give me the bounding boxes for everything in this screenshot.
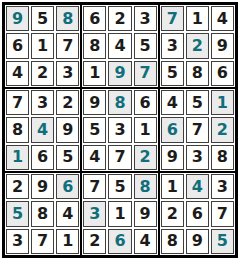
sudoku-box-r1c1: 958617423 (5, 5, 80, 87)
sudoku-box-r2c3: 451672938 (160, 89, 235, 171)
sudoku-cell-r3c7[interactable]: 5 (161, 61, 184, 86)
sudoku-cell-r6c3[interactable]: 5 (56, 145, 79, 170)
sudoku-cell-r5c1[interactable]: 8 (6, 117, 29, 142)
sudoku-cell-r3c5[interactable]: 9 (108, 61, 131, 86)
sudoku-cell-r6c9[interactable]: 8 (211, 145, 234, 170)
sudoku-cell-r8c2[interactable]: 8 (31, 201, 54, 226)
sudoku-cell-r9c2[interactable]: 7 (31, 229, 54, 254)
sudoku-cell-r6c7[interactable]: 9 (161, 145, 184, 170)
sudoku-cell-r8c5[interactable]: 1 (108, 201, 131, 226)
sudoku-cell-r4c7[interactable]: 4 (161, 90, 184, 115)
sudoku-box-r3c1: 296584371 (5, 173, 80, 255)
sudoku-cell-r2c4[interactable]: 8 (83, 33, 106, 58)
sudoku-cell-r2c5[interactable]: 4 (108, 33, 131, 58)
sudoku-cell-r2c2[interactable]: 1 (31, 33, 54, 58)
sudoku-cell-r2c1[interactable]: 6 (6, 33, 29, 58)
sudoku-cell-r1c7[interactable]: 7 (161, 6, 184, 31)
sudoku-cell-r1c6[interactable]: 3 (134, 6, 157, 31)
sudoku-cell-r8c6[interactable]: 9 (134, 201, 157, 226)
sudoku-cell-r7c7[interactable]: 1 (161, 174, 184, 199)
page: 9586174236238451977143295867328491659865… (0, 0, 240, 258)
sudoku-cell-r3c2[interactable]: 2 (31, 61, 54, 86)
sudoku-cell-r9c9[interactable]: 5 (211, 229, 234, 254)
sudoku-cell-r7c4[interactable]: 7 (83, 174, 106, 199)
sudoku-cell-r6c2[interactable]: 6 (31, 145, 54, 170)
sudoku-cell-r5c2[interactable]: 4 (31, 117, 54, 142)
sudoku-cell-r6c5[interactable]: 7 (108, 145, 131, 170)
sudoku-cell-r9c1[interactable]: 3 (6, 229, 29, 254)
sudoku-cell-r3c8[interactable]: 8 (186, 61, 209, 86)
sudoku-cell-r6c8[interactable]: 3 (186, 145, 209, 170)
sudoku-cell-r5c5[interactable]: 3 (108, 117, 131, 142)
sudoku-cell-r2c3[interactable]: 7 (56, 33, 79, 58)
sudoku-box-r3c2: 758319264 (82, 173, 157, 255)
sudoku-cell-r8c4[interactable]: 3 (83, 201, 106, 226)
sudoku-cell-r1c9[interactable]: 4 (211, 6, 234, 31)
sudoku-cell-r9c3[interactable]: 1 (56, 229, 79, 254)
sudoku-cell-r3c4[interactable]: 1 (83, 61, 106, 86)
sudoku-cell-r9c7[interactable]: 8 (161, 229, 184, 254)
sudoku-board: 9586174236238451977143295867328491659865… (2, 2, 238, 258)
sudoku-cell-r3c3[interactable]: 3 (56, 61, 79, 86)
sudoku-cell-r4c2[interactable]: 3 (31, 90, 54, 115)
sudoku-cell-r6c4[interactable]: 4 (83, 145, 106, 170)
sudoku-box-r3c3: 143267895 (160, 173, 235, 255)
sudoku-cell-r4c6[interactable]: 6 (134, 90, 157, 115)
sudoku-cell-r7c3[interactable]: 6 (56, 174, 79, 199)
sudoku-cell-r4c4[interactable]: 9 (83, 90, 106, 115)
sudoku-cell-r5c3[interactable]: 9 (56, 117, 79, 142)
sudoku-cell-r9c5[interactable]: 6 (108, 229, 131, 254)
sudoku-cell-r6c1[interactable]: 1 (6, 145, 29, 170)
sudoku-cell-r7c8[interactable]: 4 (186, 174, 209, 199)
sudoku-box-r2c1: 732849165 (5, 89, 80, 171)
sudoku-cell-r1c5[interactable]: 2 (108, 6, 131, 31)
sudoku-box-r2c2: 986531472 (82, 89, 157, 171)
sudoku-cell-r2c6[interactable]: 5 (134, 33, 157, 58)
sudoku-cell-r3c1[interactable]: 4 (6, 61, 29, 86)
sudoku-cell-r9c4[interactable]: 2 (83, 229, 106, 254)
sudoku-cell-r8c9[interactable]: 7 (211, 201, 234, 226)
sudoku-cell-r1c1[interactable]: 9 (6, 6, 29, 31)
sudoku-cell-r4c1[interactable]: 7 (6, 90, 29, 115)
sudoku-cell-r7c1[interactable]: 2 (6, 174, 29, 199)
sudoku-cell-r7c6[interactable]: 8 (134, 174, 157, 199)
sudoku-cell-r5c4[interactable]: 5 (83, 117, 106, 142)
sudoku-cell-r4c5[interactable]: 8 (108, 90, 131, 115)
sudoku-cell-r4c3[interactable]: 2 (56, 90, 79, 115)
sudoku-cell-r8c7[interactable]: 2 (161, 201, 184, 226)
sudoku-cell-r7c2[interactable]: 9 (31, 174, 54, 199)
sudoku-cell-r1c8[interactable]: 1 (186, 6, 209, 31)
sudoku-cell-r6c6[interactable]: 2 (134, 145, 157, 170)
sudoku-cell-r1c2[interactable]: 5 (31, 6, 54, 31)
sudoku-cell-r9c6[interactable]: 4 (134, 229, 157, 254)
sudoku-cell-r5c6[interactable]: 1 (134, 117, 157, 142)
sudoku-box-r1c3: 714329586 (160, 5, 235, 87)
sudoku-cell-r9c8[interactable]: 9 (186, 229, 209, 254)
sudoku-cell-r5c7[interactable]: 6 (161, 117, 184, 142)
sudoku-cell-r7c9[interactable]: 3 (211, 174, 234, 199)
sudoku-cell-r1c3[interactable]: 8 (56, 6, 79, 31)
sudoku-cell-r8c8[interactable]: 6 (186, 201, 209, 226)
sudoku-cell-r2c8[interactable]: 2 (186, 33, 209, 58)
sudoku-cell-r5c8[interactable]: 7 (186, 117, 209, 142)
sudoku-cell-r5c9[interactable]: 2 (211, 117, 234, 142)
sudoku-box-r1c2: 623845197 (82, 5, 157, 87)
sudoku-cell-r8c3[interactable]: 4 (56, 201, 79, 226)
sudoku-cell-r3c6[interactable]: 7 (134, 61, 157, 86)
sudoku-cell-r2c9[interactable]: 9 (211, 33, 234, 58)
sudoku-cell-r2c7[interactable]: 3 (161, 33, 184, 58)
sudoku-cell-r8c1[interactable]: 5 (6, 201, 29, 226)
sudoku-cell-r1c4[interactable]: 6 (83, 6, 106, 31)
sudoku-cell-r3c9[interactable]: 6 (211, 61, 234, 86)
sudoku-cell-r4c8[interactable]: 5 (186, 90, 209, 115)
sudoku-cell-r7c5[interactable]: 5 (108, 174, 131, 199)
sudoku-cell-r4c9[interactable]: 1 (211, 90, 234, 115)
